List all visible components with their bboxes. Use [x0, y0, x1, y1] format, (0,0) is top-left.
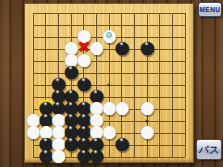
stone-shine [55, 138, 60, 142]
stone-shine [30, 114, 35, 118]
stone-black: ● [64, 124, 78, 138]
stone-black: ● [77, 112, 91, 126]
stone-shine [93, 138, 98, 142]
stone-shine [30, 126, 35, 130]
stone-shine [43, 150, 48, 154]
stone-white: ● [64, 40, 78, 54]
stone-shine [55, 114, 60, 118]
stone-black: ● [77, 76, 91, 90]
stone-white: ● [115, 100, 129, 114]
stone-black: ● [89, 148, 103, 162]
menu-button[interactable]: MENU [198, 2, 222, 17]
stone-white: ● [89, 40, 103, 54]
stone-shine [43, 126, 48, 130]
stone-shine [81, 78, 86, 82]
stone-shine [68, 126, 73, 130]
stone-white: ● [51, 124, 65, 138]
stone-shine [55, 150, 60, 154]
stone-shine [68, 90, 73, 94]
stone-shine [144, 126, 149, 130]
stone-white: ● [89, 124, 103, 138]
black-highlight-ring [38, 100, 53, 115]
stone-black: ● [115, 40, 129, 54]
stone-shine [119, 102, 124, 106]
stone-white: ● [140, 124, 154, 138]
stone-black: ● [51, 100, 65, 114]
stone-shine [55, 102, 60, 106]
stone-shine [119, 138, 124, 142]
stone-shine [81, 150, 86, 154]
illegal-move-x-icon [78, 40, 90, 52]
white-last-move-marker [106, 32, 112, 38]
stone-white: ● [26, 112, 40, 126]
stone-shine [144, 102, 149, 106]
stone-shine [81, 54, 86, 58]
stone-shine [81, 30, 86, 34]
stone-white: ● [140, 100, 154, 114]
stone-shine [68, 66, 73, 70]
stone-shine [68, 54, 73, 58]
stone-black: ● [39, 148, 53, 162]
stone-black: ● [89, 136, 103, 150]
stone-black: ● [64, 64, 78, 78]
stone-black: ● [64, 136, 78, 150]
stone-shine [81, 138, 86, 142]
stone-shine [81, 102, 86, 106]
stone-shine [68, 102, 73, 106]
stone-white: ● [51, 148, 65, 162]
stone-shine [68, 138, 73, 142]
stone-white: ● [77, 52, 91, 66]
stone-black: ● [39, 136, 53, 150]
stone-shine [68, 114, 73, 118]
stone-white: ● [51, 136, 65, 150]
stone-white: ● [26, 124, 40, 138]
stone-shine [144, 42, 149, 46]
stone-black: ● [115, 136, 129, 150]
stone-white: ● [64, 52, 78, 66]
stone-shine [106, 126, 111, 130]
stone-shine [81, 114, 86, 118]
stone-shine [43, 114, 48, 118]
stone-black: ● [51, 76, 65, 90]
stone-white: ● [89, 100, 103, 114]
stone-white: ● [89, 112, 103, 126]
stone-shine [93, 150, 98, 154]
stone-white: ● [102, 124, 116, 138]
stone-black: ● [77, 136, 91, 150]
stone-black: ● [77, 100, 91, 114]
pass-button[interactable]: パス [196, 139, 222, 160]
stone-black: ● [77, 124, 91, 138]
stone-white: ● [102, 100, 116, 114]
stone-black: ● [51, 88, 65, 102]
stone-shine [93, 90, 98, 94]
stone-shine [55, 126, 60, 130]
stone-black: ● [64, 100, 78, 114]
stone-shine [55, 78, 60, 82]
stone-shine [93, 126, 98, 130]
stone-white: ● [51, 112, 65, 126]
stone-shine [68, 42, 73, 46]
stone-black: ● [77, 148, 91, 162]
stone-shine [93, 102, 98, 106]
stone-shine [43, 138, 48, 142]
game-screen: ●●●●●●●●●●●●●●●●●●●●●●●●●●●●●●●●●●●●●●●●… [0, 0, 223, 167]
stones-layer: ●●●●●●●●●●●●●●●●●●●●●●●●●●●●●●●●●●●●●●●●… [25, 4, 193, 162]
stone-shine [93, 42, 98, 46]
stone-shine [119, 42, 124, 46]
stone-black: ● [89, 88, 103, 102]
go-board[interactable]: ●●●●●●●●●●●●●●●●●●●●●●●●●●●●●●●●●●●●●●●●… [24, 3, 194, 163]
stone-black: ● [140, 40, 154, 54]
stone-black: ● [64, 88, 78, 102]
stone-shine [106, 102, 111, 106]
stone-white: ● [39, 124, 53, 138]
stone-black: ● [64, 112, 78, 126]
stone-shine [55, 90, 60, 94]
stone-shine [81, 126, 86, 130]
stone-shine [93, 114, 98, 118]
